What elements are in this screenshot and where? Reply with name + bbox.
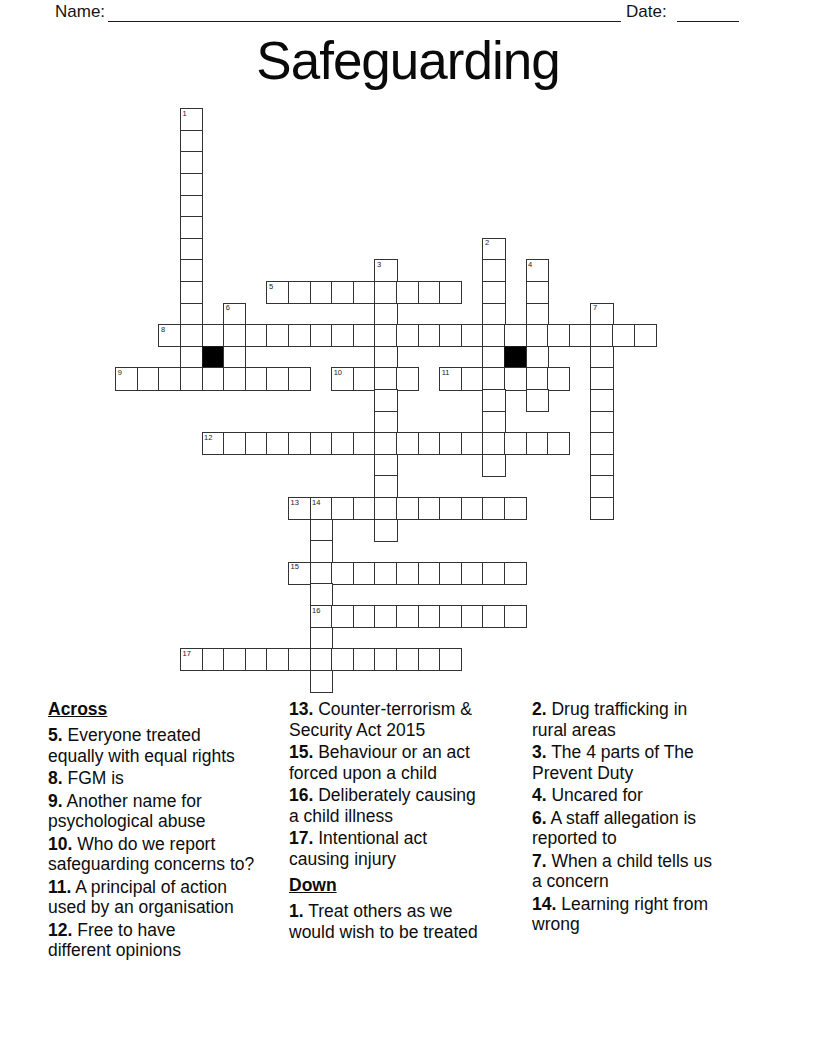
clue-number-10: 10: [334, 369, 342, 377]
grid-cell[interactable]: [461, 432, 484, 455]
grid-cell[interactable]: 17: [180, 648, 203, 671]
grid-cell[interactable]: [202, 648, 225, 671]
clue-11: 11. A principal of action used by an org…: [48, 877, 290, 918]
clue-number-label: 4.: [532, 785, 547, 805]
grid-cell[interactable]: [482, 367, 505, 390]
clue-6: 6. A staff allegation is reported to: [532, 808, 774, 849]
grid-cell[interactable]: [353, 497, 376, 520]
grid-cell[interactable]: [418, 562, 441, 585]
clue-column-middle: 13. Counter-terrorism & Security Act 201…: [289, 699, 531, 944]
grid-cell[interactable]: [590, 497, 613, 520]
grid-cell[interactable]: [590, 389, 613, 412]
grid-cell[interactable]: [461, 324, 484, 347]
grid-cell[interactable]: [245, 648, 268, 671]
grid-cell[interactable]: [353, 432, 376, 455]
grid-cell[interactable]: [461, 605, 484, 628]
grid-cell[interactable]: [374, 519, 397, 542]
grid-cell[interactable]: [310, 432, 333, 455]
grid-cell[interactable]: [245, 367, 268, 390]
grid-cell[interactable]: [374, 324, 397, 347]
blocked-cell: [202, 346, 225, 369]
clue-number-15: 15: [291, 563, 299, 571]
clue-5: 5. Everyone treated equally with equal r…: [48, 725, 290, 766]
clue-13: 13. Counter-terrorism & Security Act 201…: [289, 699, 531, 740]
grid-cell[interactable]: [331, 281, 354, 304]
grid-cell[interactable]: [331, 562, 354, 585]
clue-number-label: 12.: [48, 920, 72, 940]
grid-cell[interactable]: [526, 389, 549, 412]
grid-cell[interactable]: [590, 475, 613, 498]
grid-cell[interactable]: [374, 303, 397, 326]
grid-cell[interactable]: [353, 281, 376, 304]
grid-cell[interactable]: [482, 454, 505, 477]
clue-8: 8. FGM is: [48, 768, 290, 789]
grid-cell[interactable]: [374, 562, 397, 585]
clue-number-label: 6.: [532, 808, 547, 828]
grid-cell[interactable]: [439, 605, 462, 628]
grid-cell[interactable]: [180, 303, 203, 326]
grid-cell[interactable]: [353, 605, 376, 628]
grid-cell[interactable]: [180, 324, 203, 347]
grid-cell[interactable]: [223, 648, 246, 671]
grid-cell[interactable]: [482, 605, 505, 628]
grid-cell[interactable]: [288, 367, 311, 390]
grid-cell[interactable]: [569, 324, 592, 347]
grid-cell[interactable]: [202, 324, 225, 347]
grid-cell[interactable]: [547, 324, 570, 347]
grid-cell[interactable]: [374, 454, 397, 477]
grid-cell[interactable]: [374, 648, 397, 671]
grid-cell[interactable]: [396, 281, 419, 304]
clue-4: 4. Uncared for: [532, 785, 774, 806]
grid-cell[interactable]: [439, 497, 462, 520]
grid-cell[interactable]: [396, 432, 419, 455]
grid-cell[interactable]: 4: [526, 259, 549, 282]
date-input-line[interactable]: [677, 21, 739, 22]
grid-cell[interactable]: [310, 670, 333, 693]
clue-3: 3. The 4 parts of The Prevent Duty: [532, 742, 774, 783]
clue-number-label: 10.: [48, 834, 72, 854]
grid-cell[interactable]: [223, 346, 246, 369]
page-title: Safeguarding: [0, 30, 816, 92]
grid-cell[interactable]: [353, 648, 376, 671]
grid-cell[interactable]: [526, 367, 549, 390]
grid-cell[interactable]: [353, 367, 376, 390]
clue-number-label: 13.: [289, 699, 313, 719]
grid-cell[interactable]: [331, 324, 354, 347]
grid-cell[interactable]: 10: [331, 367, 354, 390]
grid-cell[interactable]: 14: [310, 497, 333, 520]
grid-cell[interactable]: 13: [288, 497, 311, 520]
grid-cell[interactable]: [482, 324, 505, 347]
grid-cell[interactable]: [374, 411, 397, 434]
grid-cell[interactable]: [482, 497, 505, 520]
clue-number-label: 1.: [289, 901, 304, 921]
crossword-grid: 1234567891011121314151617: [116, 109, 657, 693]
grid-cell[interactable]: [418, 648, 441, 671]
clue-number-label: 15.: [289, 742, 313, 762]
grid-cell[interactable]: [180, 130, 203, 153]
grid-cell[interactable]: [331, 605, 354, 628]
grid-cell[interactable]: [418, 605, 441, 628]
clue-10: 10. Who do we report safeguarding concer…: [48, 834, 290, 875]
clue-number-16: 16: [312, 607, 320, 615]
grid-cell[interactable]: [223, 432, 246, 455]
grid-cell[interactable]: [396, 497, 419, 520]
grid-cell[interactable]: [482, 411, 505, 434]
grid-cell[interactable]: [504, 324, 527, 347]
grid-cell[interactable]: 12: [202, 432, 225, 455]
grid-cell[interactable]: [374, 389, 397, 412]
grid-cell[interactable]: [396, 324, 419, 347]
grid-cell[interactable]: [439, 324, 462, 347]
clue-number-label: 3.: [532, 742, 547, 762]
grid-cell[interactable]: [418, 324, 441, 347]
clue-column-across: Across5. Everyone treated equally with e…: [48, 699, 290, 963]
grid-cell[interactable]: [266, 432, 289, 455]
grid-cell[interactable]: [526, 432, 549, 455]
grid-cell[interactable]: 8: [158, 324, 181, 347]
grid-cell[interactable]: [331, 648, 354, 671]
grid-cell[interactable]: [180, 238, 203, 261]
grid-cell[interactable]: [374, 475, 397, 498]
clue-number-label: 14.: [532, 894, 556, 914]
name-input-line[interactable]: [108, 21, 621, 22]
grid-cell[interactable]: [482, 562, 505, 585]
grid-cell[interactable]: [590, 432, 613, 455]
date-label: Date:: [626, 2, 667, 22]
clue-number-label: 7.: [532, 851, 547, 871]
clue-2: 2. Drug trafficking in rural areas: [532, 699, 774, 740]
clue-number-13: 13: [291, 499, 299, 507]
grid-cell[interactable]: [180, 281, 203, 304]
grid-cell[interactable]: [396, 562, 419, 585]
clue-number-3: 3: [377, 261, 381, 269]
grid-cell[interactable]: [396, 367, 419, 390]
grid-cell[interactable]: [504, 367, 527, 390]
grid-cell[interactable]: 1: [180, 108, 203, 131]
clue-number-7: 7: [593, 304, 597, 312]
grid-cell[interactable]: [590, 346, 613, 369]
clue-16: 16. Deliberately causing a child illness: [289, 785, 531, 826]
grid-cell[interactable]: [180, 195, 203, 218]
grid-cell[interactable]: [353, 562, 376, 585]
clue-number-label: 16.: [289, 785, 313, 805]
grid-cell[interactable]: 2: [482, 238, 505, 261]
clue-number-17: 17: [183, 650, 191, 658]
clue-number-label: 9.: [48, 791, 63, 811]
clue-number-6: 6: [226, 304, 230, 312]
grid-cell[interactable]: [180, 216, 203, 239]
grid-cell[interactable]: [374, 367, 397, 390]
grid-cell[interactable]: [158, 367, 181, 390]
clue-number-14: 14: [312, 499, 320, 507]
grid-cell[interactable]: [461, 497, 484, 520]
grid-cell[interactable]: [266, 367, 289, 390]
grid-cell[interactable]: 15: [288, 562, 311, 585]
grid-cell[interactable]: [439, 562, 462, 585]
grid-cell[interactable]: [482, 346, 505, 369]
grid-cell[interactable]: [288, 432, 311, 455]
grid-cell[interactable]: [526, 324, 549, 347]
grid-cell[interactable]: [310, 281, 333, 304]
grid-cell[interactable]: [288, 324, 311, 347]
grid-cell[interactable]: [223, 367, 246, 390]
clue-number-label: 11.: [48, 877, 71, 897]
grid-cell[interactable]: [634, 324, 657, 347]
grid-cell[interactable]: [331, 497, 354, 520]
grid-cell[interactable]: [180, 346, 203, 369]
clue-14: 14. Learning right from wrong: [532, 894, 774, 935]
grid-cell[interactable]: 16: [310, 605, 333, 628]
grid-cell[interactable]: [439, 432, 462, 455]
clue-number-label: 5.: [48, 725, 63, 745]
grid-cell[interactable]: [180, 259, 203, 282]
grid-cell[interactable]: [504, 605, 527, 628]
grid-cell[interactable]: [526, 281, 549, 304]
grid-cell[interactable]: [590, 367, 613, 390]
grid-cell[interactable]: 9: [115, 367, 138, 390]
grid-cell[interactable]: [266, 648, 289, 671]
across-heading: Across: [48, 699, 290, 720]
grid-cell[interactable]: [202, 367, 225, 390]
clue-17: 17. Intentional act causing injury: [289, 828, 531, 869]
grid-cell[interactable]: [396, 648, 419, 671]
grid-cell[interactable]: [310, 627, 333, 650]
grid-cell[interactable]: [504, 432, 527, 455]
clue-number-2: 2: [485, 239, 489, 247]
grid-cell[interactable]: [245, 324, 268, 347]
grid-cell[interactable]: [180, 173, 203, 196]
grid-cell[interactable]: [439, 648, 462, 671]
clue-number-11: 11: [442, 369, 450, 377]
grid-cell[interactable]: [245, 432, 268, 455]
grid-cell[interactable]: [504, 562, 527, 585]
grid-cell[interactable]: [482, 303, 505, 326]
clue-1: 1. Treat others as we would wish to be t…: [289, 901, 531, 942]
grid-cell[interactable]: [526, 346, 549, 369]
grid-cell[interactable]: [288, 281, 311, 304]
grid-cell[interactable]: [353, 324, 376, 347]
grid-cell[interactable]: [266, 324, 289, 347]
grid-cell[interactable]: [137, 367, 160, 390]
grid-cell[interactable]: [331, 432, 354, 455]
grid-cell[interactable]: [310, 562, 333, 585]
grid-cell[interactable]: [310, 583, 333, 606]
clue-number-1: 1: [183, 110, 187, 118]
clue-9: 9. Another name for psychological abuse: [48, 791, 290, 832]
grid-cell[interactable]: [180, 151, 203, 174]
grid-cell[interactable]: 6: [223, 303, 246, 326]
grid-cell[interactable]: [310, 324, 333, 347]
grid-cell[interactable]: 3: [374, 259, 397, 282]
grid-cell[interactable]: 7: [590, 303, 613, 326]
grid-cell[interactable]: [461, 562, 484, 585]
grid-cell[interactable]: [310, 648, 333, 671]
grid-cell[interactable]: [482, 259, 505, 282]
clue-15: 15. Behaviour or an act forced upon a ch…: [289, 742, 531, 783]
grid-cell[interactable]: [590, 454, 613, 477]
grid-cell[interactable]: [310, 540, 333, 563]
grid-cell[interactable]: [223, 324, 246, 347]
clue-number-4: 4: [528, 261, 532, 269]
grid-cell[interactable]: [439, 281, 462, 304]
grid-cell[interactable]: [374, 432, 397, 455]
grid-cell[interactable]: [374, 281, 397, 304]
grid-cell[interactable]: [547, 367, 570, 390]
grid-cell[interactable]: 11: [439, 367, 462, 390]
grid-cell[interactable]: [310, 519, 333, 542]
grid-cell[interactable]: 5: [266, 281, 289, 304]
clue-number-5: 5: [269, 283, 273, 291]
grid-cell[interactable]: [418, 497, 441, 520]
grid-cell[interactable]: [374, 346, 397, 369]
grid-cell[interactable]: [418, 281, 441, 304]
grid-cell[interactable]: [396, 605, 419, 628]
down-heading: Down: [289, 875, 531, 896]
grid-cell[interactable]: [288, 648, 311, 671]
grid-cell[interactable]: [590, 324, 613, 347]
clue-number-label: 8.: [48, 768, 63, 788]
grid-cell[interactable]: [547, 432, 570, 455]
clue-12: 12. Free to have different opinions: [48, 920, 290, 961]
name-label: Name:: [55, 2, 105, 22]
grid-cell[interactable]: [504, 497, 527, 520]
clue-7: 7. When a child tells us a concern: [532, 851, 774, 892]
grid-cell[interactable]: [482, 389, 505, 412]
clue-number-label: 2.: [532, 699, 547, 719]
grid-cell[interactable]: [374, 497, 397, 520]
grid-cell[interactable]: [180, 367, 203, 390]
grid-cell[interactable]: [461, 367, 484, 390]
clue-number-8: 8: [161, 326, 165, 334]
blocked-cell: [504, 346, 527, 369]
clue-number-label: 17.: [289, 828, 313, 848]
clue-column-down: 2. Drug trafficking in rural areas3. The…: [532, 699, 774, 937]
clue-number-9: 9: [118, 369, 122, 377]
grid-cell[interactable]: [612, 324, 635, 347]
grid-cell[interactable]: [418, 432, 441, 455]
grid-cell[interactable]: [374, 605, 397, 628]
grid-cell[interactable]: [526, 303, 549, 326]
grid-cell[interactable]: [482, 432, 505, 455]
grid-cell[interactable]: [482, 281, 505, 304]
clue-number-12: 12: [204, 434, 212, 442]
grid-cell[interactable]: [590, 411, 613, 434]
